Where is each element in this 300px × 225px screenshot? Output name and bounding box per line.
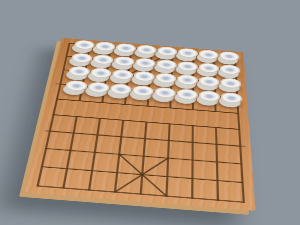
board-cell	[193, 95, 216, 112]
board-cell	[125, 89, 149, 106]
board-cell	[57, 84, 82, 101]
board-cell	[170, 93, 193, 110]
piece-facedown[interactable]	[218, 68, 239, 79]
board-cell	[80, 86, 105, 103]
render-viewport	[0, 0, 300, 225]
piece-facedown[interactable]	[217, 54, 237, 65]
board-cell	[102, 88, 126, 105]
board-cell	[148, 91, 171, 108]
piece-facedown[interactable]	[218, 82, 239, 94]
board-cell	[215, 96, 238, 113]
xiangqi-board	[25, 38, 256, 211]
piece-facedown[interactable]	[219, 96, 241, 108]
